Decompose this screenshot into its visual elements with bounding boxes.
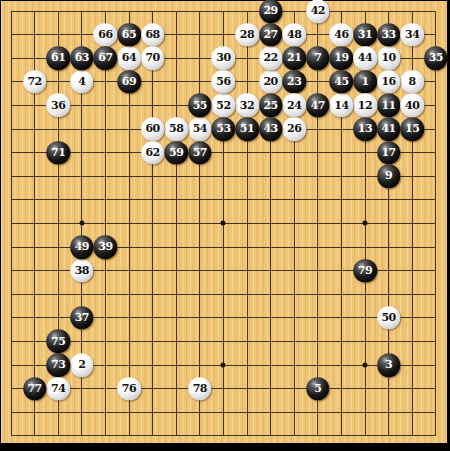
stone-white-16: 16 [377,70,401,94]
stone-black-5: 5 [306,377,330,401]
stone-black-77: 77 [23,377,47,401]
stone-black-7: 7 [306,46,330,70]
stone-black-23: 23 [282,70,306,94]
stone-black-53: 53 [212,117,236,141]
stone-black-25: 25 [259,94,283,118]
stone-white-56: 56 [212,70,236,94]
stone-white-24: 24 [282,94,306,118]
stone-black-79: 79 [353,259,377,283]
stone-white-36: 36 [46,94,70,118]
stone-black-39: 39 [94,235,118,259]
stone-black-67: 67 [94,46,118,70]
stone-black-75: 75 [46,330,70,354]
stone-black-63: 63 [70,46,94,70]
stone-white-38: 38 [70,259,94,283]
stone-black-9: 9 [377,164,401,188]
stone-black-51: 51 [235,117,259,141]
stone-white-72: 72 [23,70,47,94]
stone-black-1: 1 [353,70,377,94]
stone-white-48: 48 [282,23,306,47]
stone-black-61: 61 [46,46,70,70]
star-point [221,363,226,368]
stone-white-68: 68 [141,23,165,47]
grid-line-horizontal [11,341,437,342]
stone-white-12: 12 [353,94,377,118]
stone-black-47: 47 [306,94,330,118]
grid-line-vertical [435,11,436,437]
stone-white-58: 58 [164,117,188,141]
stone-black-31: 31 [353,23,377,47]
stone-white-14: 14 [330,94,354,118]
stone-black-37: 37 [70,306,94,330]
stone-black-11: 11 [377,94,401,118]
diagram-frame: 1234578910111213141516171920212223242526… [0,0,450,451]
stone-black-27: 27 [259,23,283,47]
grid-line-horizontal [11,294,437,295]
stone-black-15: 15 [400,117,424,141]
stone-black-69: 69 [117,70,141,94]
stone-white-26: 26 [282,117,306,141]
stone-black-41: 41 [377,117,401,141]
star-point [79,221,84,226]
stone-black-55: 55 [188,94,212,118]
stone-black-71: 71 [46,141,70,165]
stone-white-30: 30 [212,46,236,70]
star-point [221,221,226,226]
stone-white-62: 62 [141,141,165,165]
stone-black-13: 13 [353,117,377,141]
stone-white-42: 42 [306,0,330,23]
stone-black-33: 33 [377,23,401,47]
stone-white-74: 74 [46,377,70,401]
stone-white-34: 34 [400,23,424,47]
stone-black-59: 59 [164,141,188,165]
stone-black-19: 19 [330,46,354,70]
stone-white-60: 60 [141,117,165,141]
stone-black-65: 65 [117,23,141,47]
stone-black-3: 3 [377,353,401,377]
stone-black-17: 17 [377,141,401,165]
stone-white-22: 22 [259,46,283,70]
stone-white-2: 2 [70,353,94,377]
stone-white-50: 50 [377,306,401,330]
stone-white-4: 4 [70,70,94,94]
stone-white-20: 20 [259,70,283,94]
go-board[interactable]: 1234578910111213141516171920212223242526… [1,1,447,443]
stone-white-10: 10 [377,46,401,70]
stone-white-32: 32 [235,94,259,118]
grid-line-horizontal [11,435,437,436]
grid-line-horizontal [11,388,437,389]
stone-white-40: 40 [400,94,424,118]
stone-white-64: 64 [117,46,141,70]
stone-black-57: 57 [188,141,212,165]
grid-line-vertical [317,11,318,437]
stone-white-46: 46 [330,23,354,47]
stone-white-66: 66 [94,23,118,47]
stone-white-70: 70 [141,46,165,70]
stone-black-45: 45 [330,70,354,94]
stone-black-73: 73 [46,353,70,377]
grid-line-vertical [247,11,248,437]
stone-white-8: 8 [400,70,424,94]
grid-line-horizontal [11,412,437,413]
stone-black-21: 21 [282,46,306,70]
stone-white-44: 44 [353,46,377,70]
stone-black-35: 35 [424,46,448,70]
stone-white-76: 76 [117,377,141,401]
star-point [363,363,368,368]
star-point [363,221,368,226]
stone-white-78: 78 [188,377,212,401]
stone-white-28: 28 [235,23,259,47]
stone-black-49: 49 [70,235,94,259]
stone-black-43: 43 [259,117,283,141]
stone-black-29: 29 [259,0,283,23]
stone-white-54: 54 [188,117,212,141]
stone-white-52: 52 [212,94,236,118]
